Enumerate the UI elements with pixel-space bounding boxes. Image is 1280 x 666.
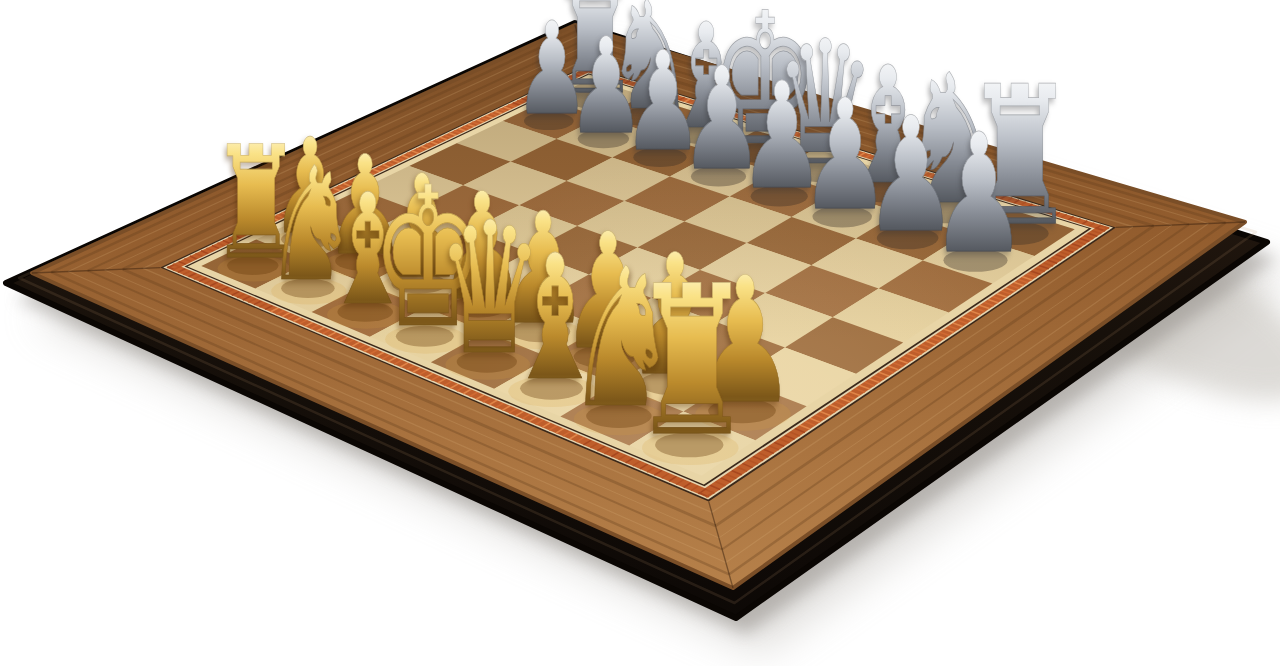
- chess-set-product-photo: ♜♞♝♚♛♝♞♜♟♟♟♟♟♟♟♟♟♟♟♟♟♟♟♟♜♞♝♚♛♝♞♜: [0, 0, 1280, 666]
- piece-black-pawn-h7[interactable]: ♟: [930, 112, 1027, 277]
- pieces-layer: ♜♞♝♚♛♝♞♜♟♟♟♟♟♟♟♟♟♟♟♟♟♟♟♟♜♞♝♚♛♝♞♜: [0, 0, 1280, 666]
- piece-white-rook-h1[interactable]: ♜: [631, 259, 753, 466]
